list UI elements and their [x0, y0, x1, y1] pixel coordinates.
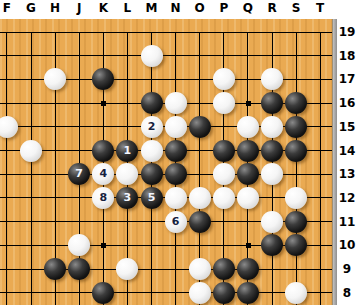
black-stone-S14 [285, 140, 307, 162]
white-stone-S12 [285, 187, 307, 209]
move-number-1: 1 [116, 140, 138, 162]
black-stone-M13 [141, 163, 163, 185]
grid-line-col-T [320, 32, 321, 305]
white-stone-N12 [165, 187, 187, 209]
white-stone-K12: 8 [92, 187, 114, 209]
white-stone-Q15 [237, 116, 259, 138]
black-stone-Q14 [237, 140, 259, 162]
black-stone-K14 [92, 140, 114, 162]
row-label-12: 12 [338, 191, 356, 205]
white-stone-N15 [165, 116, 187, 138]
row-label-10: 10 [338, 238, 356, 252]
white-stone-O9 [189, 258, 211, 280]
goban[interactable]: 17352486 [0, 19, 332, 305]
move-number-4: 4 [92, 163, 114, 185]
white-stone-N11: 6 [165, 211, 187, 233]
black-stone-S11 [285, 211, 307, 233]
move-number-6: 6 [165, 211, 187, 233]
move-number-7: 7 [68, 163, 90, 185]
grid-line-col-G [31, 32, 32, 305]
column-label-T: T [310, 1, 330, 15]
column-label-O: O [190, 1, 210, 15]
black-stone-Q9 [237, 258, 259, 280]
black-stone-Q13 [237, 163, 259, 185]
white-stone-O12 [189, 187, 211, 209]
grid-line-row-19 [0, 32, 332, 33]
column-label-S: S [286, 1, 306, 15]
column-label-H: H [45, 1, 65, 15]
column-label-P: P [214, 1, 234, 15]
white-stone-G14 [20, 140, 42, 162]
black-stone-P14 [213, 140, 235, 162]
white-stone-P16 [213, 92, 235, 114]
white-stone-P13 [213, 163, 235, 185]
black-stone-N14 [165, 140, 187, 162]
white-stone-L9 [116, 258, 138, 280]
row-label-17: 17 [338, 72, 356, 86]
star-point-K10 [101, 243, 106, 248]
black-stone-N13 [165, 163, 187, 185]
row-label-9: 9 [338, 262, 356, 276]
black-stone-R14 [261, 140, 283, 162]
column-label-Q: Q [238, 1, 258, 15]
grid-line-col-S [296, 32, 297, 305]
black-stone-S16 [285, 92, 307, 114]
star-point-Q10 [246, 243, 251, 248]
grid-line-row-8 [0, 292, 332, 293]
board-edge-shadow [332, 19, 337, 305]
row-label-14: 14 [338, 144, 356, 158]
star-point-Q16 [246, 101, 251, 106]
row-label-15: 15 [338, 120, 356, 134]
row-label-13: 13 [338, 167, 356, 181]
white-stone-O8 [189, 282, 211, 304]
black-stone-J9 [68, 258, 90, 280]
grid-line-row-18 [0, 55, 332, 56]
black-stone-H9 [44, 258, 66, 280]
black-stone-Q8 [237, 282, 259, 304]
move-number-2: 2 [141, 116, 163, 138]
move-number-5: 5 [141, 187, 163, 209]
row-label-18: 18 [338, 49, 356, 63]
black-stone-K8 [92, 282, 114, 304]
row-label-11: 11 [338, 215, 356, 229]
white-stone-R15 [261, 116, 283, 138]
column-label-F: F [0, 1, 17, 15]
column-label-M: M [142, 1, 162, 15]
black-stone-L14: 1 [116, 140, 138, 162]
black-stone-L12: 3 [116, 187, 138, 209]
black-stone-R16 [261, 92, 283, 114]
black-stone-O15 [189, 116, 211, 138]
move-number-8: 8 [92, 187, 114, 209]
white-stone-J10 [68, 234, 90, 256]
column-label-K: K [93, 1, 113, 15]
column-label-J: J [69, 1, 89, 15]
white-stone-K13: 4 [92, 163, 114, 185]
grid-line-col-F [6, 32, 7, 305]
white-stone-P12 [213, 187, 235, 209]
black-stone-O11 [189, 211, 211, 233]
white-stone-M14 [141, 140, 163, 162]
black-stone-S15 [285, 116, 307, 138]
row-label-16: 16 [338, 96, 356, 110]
column-label-R: R [262, 1, 282, 15]
black-stone-M16 [141, 92, 163, 114]
row-label-19: 19 [338, 25, 356, 39]
black-stone-P8 [213, 282, 235, 304]
white-stone-M15: 2 [141, 116, 163, 138]
white-stone-P17 [213, 68, 235, 90]
black-stone-P9 [213, 258, 235, 280]
white-stone-R13 [261, 163, 283, 185]
go-board-screenshot: 17352486 FGHJKLMNOPQRST19181716151413121… [0, 0, 356, 305]
row-label-8: 8 [338, 286, 356, 300]
black-stone-S10 [285, 234, 307, 256]
column-label-L: L [117, 1, 137, 15]
black-stone-J13: 7 [68, 163, 90, 185]
white-stone-M18 [141, 45, 163, 67]
black-stone-M12: 5 [141, 187, 163, 209]
black-stone-R10 [261, 234, 283, 256]
column-label-N: N [166, 1, 186, 15]
white-stone-S8 [285, 282, 307, 304]
black-stone-K17 [92, 68, 114, 90]
white-stone-L13 [116, 163, 138, 185]
move-number-3: 3 [116, 187, 138, 209]
white-stone-H17 [44, 68, 66, 90]
white-stone-N16 [165, 92, 187, 114]
white-stone-R17 [261, 68, 283, 90]
white-stone-F15 [0, 116, 18, 138]
white-stone-R11 [261, 211, 283, 233]
star-point-K16 [101, 101, 106, 106]
column-label-G: G [21, 1, 41, 15]
white-stone-Q12 [237, 187, 259, 209]
